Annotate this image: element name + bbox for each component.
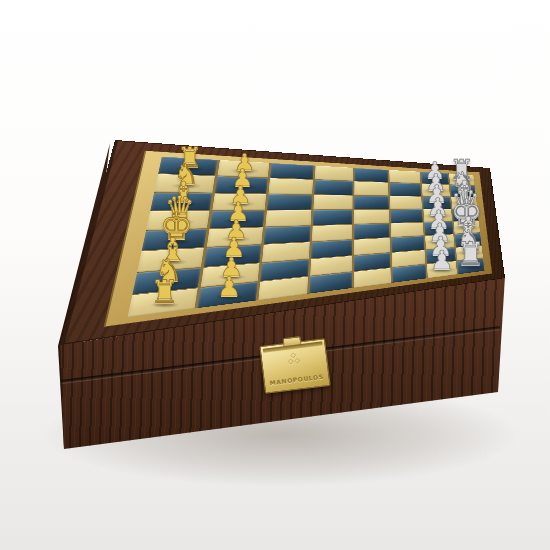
piece-black-rook-h8[interactable]: ♜ xyxy=(450,238,492,270)
pieces-layer: ♜♟♟♜♞♟♟♞♝♟♟♝♛♟♟♛♚♟♟♚♝♟♟♝♞♟♟♞♜♟♟♜ xyxy=(0,0,550,550)
photo-stage: ◇ ◇◇ MANOPOULOS ♜♟♟♜♞♟♟♞♝♟♟♝♛♟♟♛♚♟♟♚♝♟♟♝… xyxy=(0,0,550,550)
piece-white-pawn-h2[interactable]: ♟ xyxy=(208,273,250,300)
piece-white-rook-h1[interactable]: ♜ xyxy=(144,276,186,308)
